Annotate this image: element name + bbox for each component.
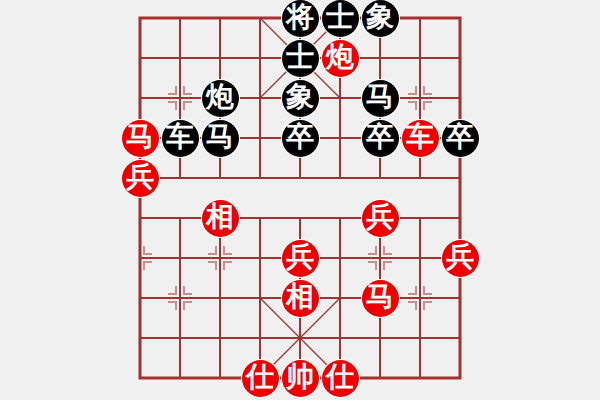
piece-glyph-black-cannon: 炮 [206, 83, 234, 111]
piece-black-elephant[interactable]: 象 [282, 80, 319, 117]
piece-glyph-red-advisor: 仕 [326, 363, 354, 391]
piece-glyph-red-elephant: 相 [286, 283, 314, 311]
piece-glyph-red-chariot: 车 [406, 123, 434, 151]
piece-glyph-black-horse: 马 [366, 83, 394, 111]
piece-red-soldier[interactable]: 兵 [362, 200, 399, 237]
piece-glyph-red-advisor: 仕 [246, 363, 274, 391]
piece-red-cannon[interactable]: 炮 [322, 40, 359, 77]
piece-black-advisor[interactable]: 士 [282, 40, 319, 77]
piece-red-soldier[interactable]: 兵 [442, 240, 479, 277]
piece-black-horse[interactable]: 马 [202, 120, 239, 157]
piece-red-soldier[interactable]: 兵 [282, 240, 319, 277]
piece-black-chariot[interactable]: 车 [162, 120, 199, 157]
piece-glyph-black-soldier: 卒 [446, 123, 474, 151]
piece-black-soldier[interactable]: 卒 [442, 120, 479, 157]
piece-black-general[interactable]: 将 [282, 0, 319, 37]
piece-glyph-red-horse: 马 [126, 123, 154, 151]
xiangqi-screenshot: 将士象士炮炮象马马车马卒卒车卒兵相兵兵兵相马仕帅仕 [0, 0, 600, 400]
piece-red-king[interactable]: 帅 [282, 360, 319, 397]
piece-glyph-red-horse: 马 [366, 283, 394, 311]
piece-black-advisor[interactable]: 士 [322, 0, 359, 37]
piece-black-horse[interactable]: 马 [362, 80, 399, 117]
piece-red-chariot[interactable]: 车 [402, 120, 439, 157]
piece-glyph-black-advisor: 士 [286, 43, 314, 71]
piece-glyph-red-soldier: 兵 [366, 203, 394, 231]
piece-black-soldier[interactable]: 卒 [282, 120, 319, 157]
piece-glyph-black-advisor: 士 [326, 3, 354, 31]
piece-glyph-black-general: 将 [286, 3, 314, 31]
piece-glyph-red-soldier: 兵 [126, 163, 154, 191]
piece-glyph-red-soldier: 兵 [286, 243, 314, 271]
piece-glyph-black-horse: 马 [206, 123, 234, 151]
piece-black-elephant[interactable]: 象 [362, 0, 399, 37]
piece-glyph-black-elephant: 象 [366, 3, 394, 31]
piece-glyph-black-chariot: 车 [166, 123, 194, 151]
piece-red-elephant[interactable]: 相 [202, 200, 239, 237]
piece-red-soldier[interactable]: 兵 [122, 160, 159, 197]
piece-glyph-red-king: 帅 [286, 363, 314, 391]
piece-glyph-black-soldier: 卒 [366, 123, 394, 151]
piece-glyph-red-cannon: 炮 [326, 43, 354, 71]
piece-red-advisor[interactable]: 仕 [322, 360, 359, 397]
piece-red-horse[interactable]: 马 [362, 280, 399, 317]
piece-glyph-red-elephant: 相 [206, 203, 234, 231]
piece-glyph-black-elephant: 象 [286, 83, 314, 111]
piece-red-elephant[interactable]: 相 [282, 280, 319, 317]
piece-glyph-red-soldier: 兵 [446, 243, 474, 271]
piece-black-soldier[interactable]: 卒 [362, 120, 399, 157]
piece-glyph-black-soldier: 卒 [286, 123, 314, 151]
piece-red-horse[interactable]: 马 [122, 120, 159, 157]
piece-black-cannon[interactable]: 炮 [202, 80, 239, 117]
piece-red-advisor[interactable]: 仕 [242, 360, 279, 397]
xiangqi-pieces-layer[interactable]: 将士象士炮炮象马马车马卒卒车卒兵相兵兵兵相马仕帅仕 [120, 0, 480, 398]
